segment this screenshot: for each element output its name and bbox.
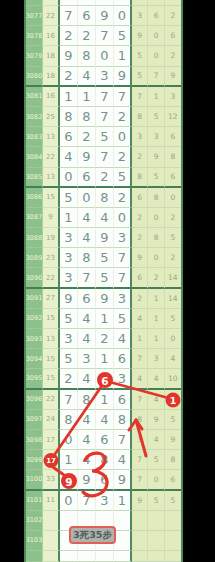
digit-cell: 3 — [114, 369, 132, 389]
period-cell: 3093 — [26, 329, 42, 349]
stat-cell: 7 — [132, 450, 148, 470]
digit-cell: 5 — [96, 248, 114, 268]
stat-cell: 0 — [148, 470, 164, 490]
digit-cell: 4 — [78, 450, 96, 470]
stat-cell: 5 — [148, 450, 164, 470]
digit-cell: 8 — [78, 46, 96, 66]
stat-cell: 1 — [148, 289, 164, 309]
stat-cell: 3 — [148, 127, 164, 147]
sum-cell: 15 — [42, 188, 60, 208]
digit-cell: 9 — [114, 67, 132, 87]
stat-cell: 8 — [132, 410, 148, 430]
stat-cell: 0 — [165, 329, 181, 349]
digit-cell: 5 — [96, 268, 114, 288]
digit-cell: 3 — [60, 268, 78, 288]
digit-cell: 7 — [60, 6, 78, 26]
trend-table: 3077227690362307816227590630791898015023… — [24, 0, 183, 562]
stat-cell: 1 — [148, 87, 164, 107]
digit-cell: 2 — [96, 168, 114, 188]
digit-cell: 8 — [78, 107, 96, 127]
digit-cell — [78, 551, 96, 562]
digit-cell: 4 — [78, 67, 96, 87]
stat-cell: 0 — [165, 188, 181, 208]
stat-cell: 14 — [165, 268, 181, 288]
digit-cell: 6 — [114, 349, 132, 369]
digit-cell: 2 — [78, 127, 96, 147]
digit-cell: 0 — [114, 6, 132, 26]
digit-cell: 3 — [114, 289, 132, 309]
digit-cell: 8 — [60, 410, 78, 430]
digit-cell: 4 — [78, 309, 96, 329]
digit-cell: 2 — [96, 329, 114, 349]
digit-cell: 6 — [60, 127, 78, 147]
digit-cell: 0 — [114, 127, 132, 147]
sum-cell: 27 — [42, 289, 60, 309]
stat-cell: 0 — [148, 248, 164, 268]
digit-cell: 3 — [60, 228, 78, 248]
stat-cell: 8 — [148, 188, 164, 208]
digit-cell: 2 — [60, 369, 78, 389]
digit-cell: 2 — [78, 26, 96, 46]
stat-cell: 1 — [132, 329, 148, 349]
stat-cell — [148, 511, 164, 531]
stat-cell — [132, 551, 148, 562]
stat-cell: 4 — [132, 309, 148, 329]
stat-cell: 10 — [165, 369, 181, 389]
trend-row: 30912796932114 — [26, 289, 181, 309]
stat-cell: 6 — [165, 26, 181, 46]
digit-cell: 7 — [96, 26, 114, 46]
period-cell: 3083 — [26, 127, 42, 147]
digit-cell: 2 — [114, 107, 132, 127]
period-cell: 3087 — [26, 208, 42, 228]
period-cell: 3097 — [26, 410, 42, 430]
stat-cell: 2 — [132, 208, 148, 228]
stat-cell: 2 — [165, 46, 181, 66]
stat-cell: 8 — [132, 107, 148, 127]
period-cell: 3085 — [26, 168, 42, 188]
digit-cell: 4 — [114, 450, 132, 470]
digit-cell: 2 — [60, 26, 78, 46]
digit-cell: 4 — [78, 430, 96, 450]
period-cell: 3102 — [26, 511, 42, 531]
sum-cell: 13 — [42, 329, 60, 349]
sum-cell: 16 — [42, 87, 60, 107]
digit-cell: 4 — [96, 208, 114, 228]
digit-cell: 4 — [78, 208, 96, 228]
digit-cell: 6 — [114, 390, 132, 410]
sum-cell — [42, 551, 60, 562]
stat-cell: 8 — [165, 147, 181, 167]
stat-cell: 2 — [132, 228, 148, 248]
digit-cell: 5 — [114, 26, 132, 46]
stat-cell: 6 — [132, 268, 148, 288]
period-cell: 3091 — [26, 289, 42, 309]
digit-cell: 5 — [96, 127, 114, 147]
digit-cell: 7 — [114, 248, 132, 268]
stat-cell: 7 — [132, 87, 148, 107]
stat-cell: 9 — [148, 147, 164, 167]
trend-row: 308791440202 — [26, 208, 181, 228]
stat-cell: 2 — [165, 208, 181, 228]
digit-cell: 9 — [60, 289, 78, 309]
digit-cell: 9 — [114, 470, 132, 490]
sum-cell — [42, 511, 60, 531]
period-cell: 3096 — [26, 390, 42, 410]
period-cell: 3099 — [26, 450, 42, 470]
digit-cell: 4 — [78, 228, 96, 248]
digit-cell: 7 — [78, 491, 96, 511]
stat-cell: 2 — [132, 147, 148, 167]
stat-cell — [148, 531, 164, 551]
digit-cell — [60, 551, 78, 562]
trend-row: 3101110731955 — [26, 491, 181, 511]
stat-cell: 4 — [148, 390, 164, 410]
stat-cell: 9 — [132, 491, 148, 511]
digit-cell: 0 — [60, 491, 78, 511]
sum-cell: 19 — [42, 228, 60, 248]
digit-cell: 1 — [114, 491, 132, 511]
stat-cell: 1 — [148, 329, 164, 349]
sum-cell: 17 — [42, 450, 60, 470]
digit-cell: 1 — [60, 208, 78, 228]
sum-cell: 18 — [42, 67, 60, 87]
stat-cell: 5 — [165, 410, 181, 430]
period-cell — [26, 551, 42, 562]
stat-cell: 4 — [132, 369, 148, 389]
digit-cell: 6 — [78, 289, 96, 309]
stat-cell: 5 — [165, 228, 181, 248]
digit-cell: 0 — [60, 430, 78, 450]
sum-cell: 15 — [42, 349, 60, 369]
stat-cell: 6 — [132, 188, 148, 208]
stat-cell: 5 — [148, 491, 164, 511]
digit-cell: 7 — [60, 390, 78, 410]
digit-cell: 4 — [96, 410, 114, 430]
digit-cell: 3 — [78, 349, 96, 369]
sum-cell: 24 — [42, 410, 60, 430]
trend-row: 3077227690362 — [26, 6, 181, 26]
stat-cell: 2 — [165, 6, 181, 26]
digit-cell: 9 — [96, 228, 114, 248]
digit-cell — [114, 511, 132, 531]
stat-cell: 4 — [165, 349, 181, 369]
sum-cell: 15 — [42, 309, 60, 329]
stat-cell: 9 — [165, 67, 181, 87]
stat-cell: 5 — [165, 309, 181, 329]
stat-cell: 5 — [148, 168, 164, 188]
stat-cell: 5 — [148, 107, 164, 127]
digit-cell: 8 — [114, 410, 132, 430]
stat-cell — [132, 511, 148, 531]
stat-cell — [148, 551, 164, 562]
sum-cell: 17 — [42, 430, 60, 450]
trend-row: 3086155082680 — [26, 188, 181, 208]
digit-cell: 5 — [60, 188, 78, 208]
digit-cell: 1 — [60, 450, 78, 470]
stat-cell: 5 — [165, 491, 181, 511]
stat-cell: 9 — [165, 430, 181, 450]
sum-cell: 23 — [42, 248, 60, 268]
trend-row: 30902237576214 — [26, 268, 181, 288]
digit-cell: 7 — [96, 107, 114, 127]
stat-cell: 8 — [148, 228, 164, 248]
digit-cell: 3 — [114, 228, 132, 248]
trend-row: 3083136250336 — [26, 127, 181, 147]
stat-cell: 4 — [148, 430, 164, 450]
period-cell: 3080 — [26, 67, 42, 87]
trend-row: 3100339969706 — [26, 470, 181, 490]
digit-cell: 6 — [96, 430, 114, 450]
period-cell: 3086 — [26, 188, 42, 208]
stat-cell: 7 — [132, 470, 148, 490]
stat-cell: 3 — [148, 349, 164, 369]
period-cell: 3100 — [26, 470, 42, 490]
period-cell: 3084 — [26, 147, 42, 167]
digit-cell — [96, 551, 114, 562]
stat-cell: 12 — [165, 107, 181, 127]
stat-cell: 0 — [148, 208, 164, 228]
stat-cell: 3 — [132, 127, 148, 147]
stat-cell — [132, 531, 148, 551]
sum-cell: 11 — [42, 491, 60, 511]
trend-row: 3079189801502 — [26, 46, 181, 66]
period-cell: 3079 — [26, 46, 42, 66]
digit-cell: 4 — [60, 147, 78, 167]
digit-cell: 8 — [96, 188, 114, 208]
sum-cell: 15 — [42, 369, 60, 389]
period-cell: 3101 — [26, 491, 42, 511]
period-cell: 3094 — [26, 349, 42, 369]
trend-row: 3092155415415 — [26, 309, 181, 329]
digit-cell: 4 — [78, 329, 96, 349]
trend-row: 30822588728512 — [26, 107, 181, 127]
digit-cell: 6 — [96, 470, 114, 490]
digit-cell: 9 — [78, 147, 96, 167]
period-cell: 3077 — [26, 6, 42, 26]
digit-cell: 0 — [96, 46, 114, 66]
digit-cell: 9 — [78, 470, 96, 490]
period-cell: 3089 — [26, 248, 42, 268]
digit-cell: 3 — [60, 329, 78, 349]
period-cell: 3081 — [26, 87, 42, 107]
stat-cell: 1 — [148, 309, 164, 329]
digit-cell: 7 — [114, 268, 132, 288]
digit-cell: 2 — [114, 147, 132, 167]
stat-cell: 2 — [132, 289, 148, 309]
digit-cell: 3 — [60, 248, 78, 268]
digit-cell: 9 — [60, 470, 78, 490]
stat-cell: 2 — [165, 248, 181, 268]
stat-cell: 3 — [132, 430, 148, 450]
digit-cell: 5 — [114, 309, 132, 329]
trend-row: 30951524634410 — [26, 369, 181, 389]
digit-cell: 6 — [78, 168, 96, 188]
digit-cell: 4 — [114, 329, 132, 349]
period-cell: 3098 — [26, 430, 42, 450]
digit-cell: 4 — [78, 369, 96, 389]
digit-cell: 9 — [96, 6, 114, 26]
stat-cell: 8 — [165, 450, 181, 470]
digit-cell: 1 — [78, 87, 96, 107]
sum-cell: 13 — [42, 168, 60, 188]
sum-cell — [42, 531, 60, 551]
trend-row: 3081161177713 — [26, 87, 181, 107]
sum-cell: 13 — [42, 127, 60, 147]
digit-cell: 9 — [60, 46, 78, 66]
digit-cell: 3 — [96, 491, 114, 511]
digit-cell: 5 — [60, 349, 78, 369]
trend-row — [26, 551, 181, 562]
sum-cell: 16 — [42, 26, 60, 46]
trend-row: 3088193493285 — [26, 228, 181, 248]
digit-cell: 9 — [96, 289, 114, 309]
period-cell: 3095 — [26, 369, 42, 389]
stat-cell: 2 — [148, 268, 164, 288]
stat-cell: 6 — [148, 6, 164, 26]
digit-cell: 0 — [60, 168, 78, 188]
digit-cell: 5 — [114, 168, 132, 188]
digit-cell: 0 — [78, 188, 96, 208]
trend-row: 3080182439579 — [26, 67, 181, 87]
stat-cell: 8 — [132, 168, 148, 188]
stat-cell — [165, 551, 181, 562]
stat-cell: 3 — [165, 87, 181, 107]
trend-row: 3094155316734 — [26, 349, 181, 369]
digit-cell: 3 — [96, 67, 114, 87]
digit-cell — [114, 551, 132, 562]
digit-cell: 1 — [96, 309, 114, 329]
trend-row: 3096227816741 — [26, 390, 181, 410]
sum-cell: 9 — [42, 208, 60, 228]
stat-cell — [165, 511, 181, 531]
stat-cell: 6 — [165, 127, 181, 147]
stat-cell: 9 — [148, 410, 164, 430]
trend-row: 3089233857902 — [26, 248, 181, 268]
sum-cell: 18 — [42, 46, 60, 66]
sum-cell: 22 — [42, 6, 60, 26]
digit-cell: 2 — [60, 67, 78, 87]
trend-row: 3085130625856 — [26, 168, 181, 188]
trend-row: 3099171484758 — [26, 450, 181, 470]
period-cell: 3090 — [26, 268, 42, 288]
period-cell: 3103 — [26, 531, 42, 551]
sum-cell: 22 — [42, 147, 60, 167]
digit-cell: 1 — [96, 390, 114, 410]
digit-cell: 6 — [96, 369, 114, 389]
stat-cell: 4 — [148, 369, 164, 389]
trend-row: 3098170467349 — [26, 430, 181, 450]
digit-cell: 5 — [60, 309, 78, 329]
digit-cell: 8 — [78, 390, 96, 410]
period-cell: 3078 — [26, 26, 42, 46]
stat-cell: 0 — [148, 46, 164, 66]
sum-cell: 25 — [42, 107, 60, 127]
digit-cell: 7 — [114, 430, 132, 450]
stat-cell: 0 — [148, 26, 164, 46]
sum-cell: 22 — [42, 268, 60, 288]
period-cell: 3092 — [26, 309, 42, 329]
digit-cell: 8 — [78, 248, 96, 268]
stat-cell — [165, 531, 181, 551]
trend-row: 3097248448895 — [26, 410, 181, 430]
digit-cell: 1 — [96, 349, 114, 369]
stat-cell: 5 — [132, 67, 148, 87]
digit-cell: 1 — [114, 46, 132, 66]
lottery-trend-chart-screen: 3077227690362307816227590630791898015023… — [0, 0, 215, 562]
stat-cell: 9 — [132, 26, 148, 46]
period-cell: 3088 — [26, 228, 42, 248]
stat-cell: 14 — [165, 289, 181, 309]
stat-cell: 6 — [165, 168, 181, 188]
stat-cell: 5 — [132, 46, 148, 66]
stat-cell: 7 — [132, 349, 148, 369]
digit-cell: 8 — [96, 450, 114, 470]
sum-cell: 33 — [42, 470, 60, 490]
stat-cell: 7 — [148, 67, 164, 87]
stat-cell: 9 — [132, 248, 148, 268]
stat-cell: 3 — [132, 6, 148, 26]
stat-cell: 6 — [165, 470, 181, 490]
dead-steps-badge: 3死35步 — [69, 526, 116, 544]
digit-cell — [114, 531, 132, 551]
sum-cell: 22 — [42, 390, 60, 410]
digit-cell: 4 — [78, 410, 96, 430]
digit-cell: 0 — [114, 208, 132, 228]
digit-cell: 7 — [96, 87, 114, 107]
trend-row: 3093133424110 — [26, 329, 181, 349]
digit-cell: 8 — [60, 107, 78, 127]
stat-cell: 7 — [132, 390, 148, 410]
digit-cell: 6 — [78, 6, 96, 26]
digit-cell: 2 — [114, 188, 132, 208]
digit-cell: 7 — [96, 147, 114, 167]
trend-row: 3084224972298 — [26, 147, 181, 167]
period-cell: 3082 — [26, 107, 42, 127]
trend-row: 3078162275906 — [26, 26, 181, 46]
digit-cell: 7 — [114, 87, 132, 107]
digit-cell: 7 — [78, 268, 96, 288]
stat-cell: 1 — [165, 390, 181, 410]
digit-cell: 1 — [60, 87, 78, 107]
